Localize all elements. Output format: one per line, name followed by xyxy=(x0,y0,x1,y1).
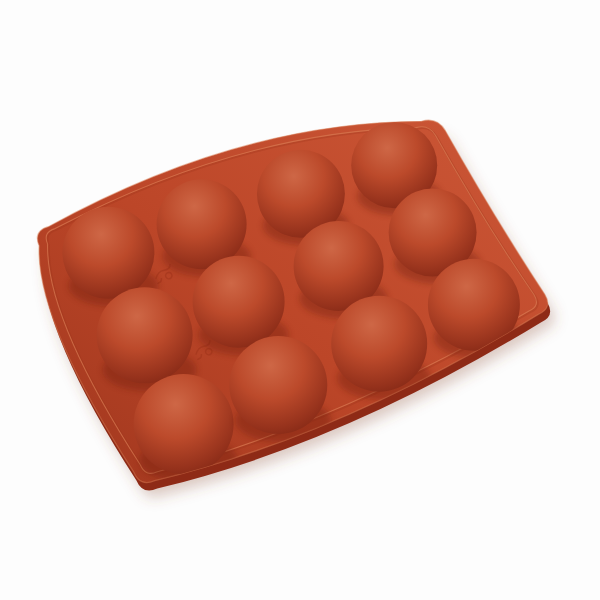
dome-cavity-r3c3 xyxy=(331,296,427,392)
dome-cavity-r3c2 xyxy=(229,336,327,434)
product-photo-canvas xyxy=(0,0,600,600)
silicone-mold-photo xyxy=(0,0,600,600)
dome-cavity-r2c1 xyxy=(97,287,193,383)
dome-cavity-r1c1 xyxy=(62,207,154,299)
dome-cavity-r2c2 xyxy=(193,256,285,348)
dome-cavity-r1c2 xyxy=(157,179,247,269)
dome-cavity-r3c1 xyxy=(134,374,234,474)
